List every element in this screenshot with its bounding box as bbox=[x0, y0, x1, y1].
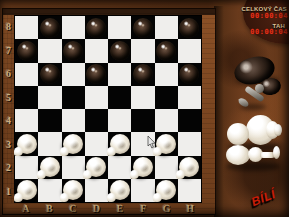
square-b2[interactable] bbox=[38, 156, 61, 179]
square-f1[interactable] bbox=[131, 179, 154, 202]
rank-label-7: 7 bbox=[3, 39, 14, 63]
white-piece[interactable] bbox=[179, 157, 199, 177]
square-e3[interactable] bbox=[108, 132, 131, 155]
turn-indicator-white-button[interactable]: BÍLÍ bbox=[249, 187, 277, 209]
square-d1[interactable] bbox=[85, 179, 108, 202]
black-piece[interactable] bbox=[40, 18, 60, 38]
board-grid[interactable] bbox=[14, 15, 202, 203]
file-label-b: B bbox=[38, 202, 62, 215]
white-piece[interactable] bbox=[156, 180, 176, 200]
square-g3[interactable] bbox=[155, 132, 178, 155]
total-time-value: 00:00:04 bbox=[250, 13, 288, 20]
square-h7[interactable] bbox=[178, 39, 201, 62]
black-piece[interactable] bbox=[133, 18, 153, 38]
square-b3[interactable] bbox=[38, 132, 61, 155]
square-f5[interactable] bbox=[131, 86, 154, 109]
square-f3[interactable] bbox=[131, 132, 154, 155]
rank-labels: 87654321 bbox=[3, 15, 14, 203]
square-e2[interactable] bbox=[108, 156, 131, 179]
black-piece[interactable] bbox=[86, 64, 106, 84]
square-d7[interactable] bbox=[85, 39, 108, 62]
black-piece[interactable] bbox=[179, 18, 199, 38]
square-f4[interactable] bbox=[131, 109, 154, 132]
square-g8[interactable] bbox=[155, 16, 178, 39]
square-f6[interactable] bbox=[131, 63, 154, 86]
square-h5[interactable] bbox=[178, 86, 201, 109]
square-h8[interactable] bbox=[178, 16, 201, 39]
move-time-value: 00:00:04 bbox=[250, 29, 288, 36]
file-label-f: F bbox=[132, 202, 156, 215]
square-b8[interactable] bbox=[38, 16, 61, 39]
rank-label-3: 3 bbox=[3, 133, 14, 157]
white-piece[interactable] bbox=[17, 180, 37, 200]
square-f7[interactable] bbox=[131, 39, 154, 62]
square-c5[interactable] bbox=[62, 86, 85, 109]
square-h3[interactable] bbox=[178, 132, 201, 155]
square-b1[interactable] bbox=[38, 179, 61, 202]
white-piece[interactable] bbox=[86, 157, 106, 177]
square-h1[interactable] bbox=[178, 179, 201, 202]
white-piece[interactable] bbox=[133, 157, 153, 177]
square-g1[interactable] bbox=[155, 179, 178, 202]
square-d3[interactable] bbox=[85, 132, 108, 155]
square-g7[interactable] bbox=[155, 39, 178, 62]
file-label-a: A bbox=[14, 202, 38, 215]
white-piece[interactable] bbox=[63, 134, 83, 154]
square-d2[interactable] bbox=[85, 156, 108, 179]
black-piece[interactable] bbox=[110, 41, 130, 61]
black-piece[interactable] bbox=[63, 41, 83, 61]
square-h4[interactable] bbox=[178, 109, 201, 132]
square-c2[interactable] bbox=[62, 156, 85, 179]
file-label-h: H bbox=[179, 202, 203, 215]
black-piece[interactable] bbox=[156, 41, 176, 61]
square-c7[interactable] bbox=[62, 39, 85, 62]
square-b7[interactable] bbox=[38, 39, 61, 62]
square-d5[interactable] bbox=[85, 86, 108, 109]
square-h6[interactable] bbox=[178, 63, 201, 86]
square-c8[interactable] bbox=[62, 16, 85, 39]
rank-label-5: 5 bbox=[3, 86, 14, 110]
square-b4[interactable] bbox=[38, 109, 61, 132]
square-d6[interactable] bbox=[85, 63, 108, 86]
rank-label-1: 1 bbox=[3, 180, 14, 204]
square-a4[interactable] bbox=[15, 109, 38, 132]
square-b5[interactable] bbox=[38, 86, 61, 109]
white-piece[interactable] bbox=[110, 134, 130, 154]
square-a1[interactable] bbox=[15, 179, 38, 202]
square-e4[interactable] bbox=[108, 109, 131, 132]
square-d4[interactable] bbox=[85, 109, 108, 132]
file-label-c: C bbox=[61, 202, 85, 215]
square-c3[interactable] bbox=[62, 132, 85, 155]
black-piece[interactable] bbox=[17, 41, 37, 61]
file-label-d: D bbox=[85, 202, 109, 215]
file-labels: ABCDEFGH bbox=[14, 202, 202, 215]
square-b6[interactable] bbox=[38, 63, 61, 86]
checkers-app-window: 87654321 ABCDEFGH CELKOVÝ ČAS 00:00:04 T… bbox=[0, 0, 289, 217]
black-piece[interactable] bbox=[179, 64, 199, 84]
square-a6[interactable] bbox=[15, 63, 38, 86]
square-c1[interactable] bbox=[62, 179, 85, 202]
white-piece[interactable] bbox=[63, 180, 83, 200]
black-piece[interactable] bbox=[40, 64, 60, 84]
white-piece[interactable] bbox=[156, 134, 176, 154]
square-a7[interactable] bbox=[15, 39, 38, 62]
square-g4[interactable] bbox=[155, 109, 178, 132]
rank-label-2: 2 bbox=[3, 156, 14, 180]
square-h2[interactable] bbox=[178, 156, 201, 179]
rank-label-6: 6 bbox=[3, 62, 14, 86]
checkers-board: 87654321 ABCDEFGH bbox=[2, 8, 216, 215]
file-label-e: E bbox=[108, 202, 132, 215]
square-e5[interactable] bbox=[108, 86, 131, 109]
square-d8[interactable] bbox=[85, 16, 108, 39]
black-piece[interactable] bbox=[133, 64, 153, 84]
square-c4[interactable] bbox=[62, 109, 85, 132]
square-g6[interactable] bbox=[155, 63, 178, 86]
rank-label-8: 8 bbox=[3, 15, 14, 39]
file-label-g: G bbox=[155, 202, 179, 215]
square-e8[interactable] bbox=[108, 16, 131, 39]
white-piece[interactable] bbox=[17, 134, 37, 154]
square-c6[interactable] bbox=[62, 63, 85, 86]
rank-label-4: 4 bbox=[3, 109, 14, 133]
square-e1[interactable] bbox=[108, 179, 131, 202]
square-e7[interactable] bbox=[108, 39, 131, 62]
square-a3[interactable] bbox=[15, 132, 38, 155]
white-piece[interactable] bbox=[40, 157, 60, 177]
square-f8[interactable] bbox=[131, 16, 154, 39]
square-a8[interactable] bbox=[15, 16, 38, 39]
square-e6[interactable] bbox=[108, 63, 131, 86]
square-f2[interactable] bbox=[131, 156, 154, 179]
square-a5[interactable] bbox=[15, 86, 38, 109]
black-piece[interactable] bbox=[86, 18, 106, 38]
square-g2[interactable] bbox=[155, 156, 178, 179]
white-piece[interactable] bbox=[110, 180, 130, 200]
square-a2[interactable] bbox=[15, 156, 38, 179]
square-g5[interactable] bbox=[155, 86, 178, 109]
